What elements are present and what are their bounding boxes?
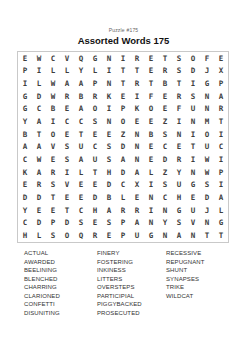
grid-cell: O xyxy=(186,52,200,65)
word-item: DISUNITING xyxy=(24,309,97,318)
grid-cell: A xyxy=(60,77,74,90)
word-item: RECESSIVE xyxy=(166,249,241,258)
grid-cell: F xyxy=(200,52,214,65)
grid-cell: N xyxy=(102,52,116,65)
grid-cell: Q xyxy=(74,229,88,242)
grid-cell: B xyxy=(74,90,88,103)
word-item: WILDCAT xyxy=(166,292,241,301)
grid-cell: H xyxy=(172,191,186,204)
grid-cell: B xyxy=(102,191,116,204)
word-item: FINERY xyxy=(97,249,166,258)
grid-cell: O xyxy=(46,128,60,141)
grid-cell: E xyxy=(102,128,116,141)
grid-cell: R xyxy=(172,90,186,103)
grid-cell: E xyxy=(130,115,144,128)
grid-cell: S xyxy=(102,153,116,166)
grid-cell: T xyxy=(214,115,228,128)
grid-cell: I xyxy=(214,128,228,141)
grid-cell: D xyxy=(18,191,32,204)
grid-cell: W xyxy=(32,153,46,166)
grid-cell: E xyxy=(88,179,102,192)
grid-cell: A xyxy=(74,153,88,166)
grid-cell: E xyxy=(46,153,60,166)
grid-cell: R xyxy=(46,166,60,179)
grid-cell: A xyxy=(32,141,46,154)
grid-cell: C xyxy=(32,103,46,116)
grid-cell: Y xyxy=(74,65,88,78)
grid-cell: E xyxy=(214,52,228,65)
grid-cell: S xyxy=(200,179,214,192)
grid-cell: I xyxy=(102,65,116,78)
word-item: SHUNT xyxy=(166,266,241,275)
grid-cell: B xyxy=(46,103,60,116)
grid-cell: R xyxy=(130,52,144,65)
grid-cell: H xyxy=(18,229,32,242)
grid-cell: U xyxy=(74,141,88,154)
grid-cell: B xyxy=(158,77,172,90)
grid-cell: C xyxy=(74,204,88,217)
grid-cell: V xyxy=(60,179,74,192)
grid-cell: U xyxy=(186,204,200,217)
grid-cell: T xyxy=(88,166,102,179)
grid-cell: N xyxy=(158,229,172,242)
word-item: ACTUAL xyxy=(24,249,97,258)
grid-cell: A xyxy=(74,77,88,90)
grid-cell: P xyxy=(116,103,130,116)
grid-cell: S xyxy=(60,153,74,166)
grid-cell: U xyxy=(200,141,214,154)
grid-cell: O xyxy=(144,103,158,116)
grid-cell: G xyxy=(172,204,186,217)
grid-cell: S xyxy=(172,217,186,230)
grid-cell: K xyxy=(102,90,116,103)
grid-cell: E xyxy=(88,128,102,141)
grid-cell: G xyxy=(186,179,200,192)
grid-cell: C xyxy=(60,115,74,128)
word-item: BEELINING xyxy=(24,266,97,275)
grid-cell: I xyxy=(60,166,74,179)
grid-cell: W xyxy=(46,77,60,90)
word-item: FOSTERING xyxy=(97,258,166,267)
grid-cell: B xyxy=(144,128,158,141)
grid-cell: E xyxy=(32,204,46,217)
word-item: REPUGNANT xyxy=(166,258,241,267)
grid-cell: R xyxy=(130,77,144,90)
grid-cell: A xyxy=(214,90,228,103)
grid-cell: A xyxy=(74,103,88,116)
grid-cell: L xyxy=(116,191,130,204)
grid-cell: A xyxy=(130,166,144,179)
grid-cell: P xyxy=(88,77,102,90)
grid-cell: I xyxy=(186,153,200,166)
grid-cell: Y xyxy=(18,204,32,217)
grid-cell: E xyxy=(158,103,172,116)
grid-cell: O xyxy=(116,115,130,128)
grid-cell: E xyxy=(144,115,158,128)
grid-cell: H xyxy=(102,166,116,179)
grid-cell: L xyxy=(74,166,88,179)
grid-cell: T xyxy=(116,65,130,78)
grid-cell: I xyxy=(32,65,46,78)
grid-cell: P xyxy=(214,77,228,90)
word-item: CHARRING xyxy=(24,283,97,292)
grid-cell: R xyxy=(32,179,46,192)
grid-cell: E xyxy=(18,179,32,192)
grid-cell: N xyxy=(200,103,214,116)
grid-cell: R xyxy=(130,204,144,217)
grid-cell: S xyxy=(186,90,200,103)
grid-cell: X xyxy=(130,179,144,192)
grid-cell: L xyxy=(46,65,60,78)
grid-cell: I xyxy=(18,77,32,90)
grid-cell: P xyxy=(214,166,228,179)
grid-cell: N xyxy=(130,141,144,154)
grid-cell: K xyxy=(18,166,32,179)
grid-cell: A xyxy=(32,115,46,128)
grid-cell: C xyxy=(88,141,102,154)
grid-cell: V xyxy=(60,52,74,65)
grid-cell: E xyxy=(88,217,102,230)
grid-cell: R xyxy=(88,90,102,103)
grid-cell: I xyxy=(102,103,116,116)
grid-cell: A xyxy=(18,141,32,154)
grid-cell: S xyxy=(88,115,102,128)
grid-cell: S xyxy=(102,141,116,154)
grid-cell: V xyxy=(46,141,60,154)
grid-cell: T xyxy=(116,77,130,90)
word-item: INKINESS xyxy=(97,266,166,275)
grid-cell: L xyxy=(32,229,46,242)
grid-cell: P xyxy=(116,217,130,230)
grid-cell: E xyxy=(144,65,158,78)
word-item: TRIKE xyxy=(166,283,241,292)
grid-cell: S xyxy=(46,179,60,192)
grid-cell: S xyxy=(172,52,186,65)
grid-cell: O xyxy=(88,103,102,116)
grid-cell: E xyxy=(158,90,172,103)
grid-cell: R xyxy=(116,204,130,217)
grid-cell: S xyxy=(158,179,172,192)
grid-cell: V xyxy=(186,217,200,230)
grid-cell: S xyxy=(172,65,186,78)
grid-cell: W xyxy=(200,153,214,166)
grid-cell: P xyxy=(46,217,60,230)
grid-cell: X xyxy=(214,65,228,78)
grid-cell: I xyxy=(172,115,186,128)
grid-cell: Z xyxy=(116,128,130,141)
grid-cell: E xyxy=(60,128,74,141)
grid-cell: D xyxy=(60,217,74,230)
grid-cell: E xyxy=(144,52,158,65)
word-column-1: ACTUALAWARDEDBEELININGBLENCHEDCHARRINGCL… xyxy=(24,249,97,317)
grid-cell: E xyxy=(144,153,158,166)
word-column-2: FINERYFOSTERINGINKINESSLITTERSOVERSTEPSP… xyxy=(97,249,166,317)
grid-cell: N xyxy=(130,153,144,166)
grid-cell: E xyxy=(130,191,144,204)
grid-cell: D xyxy=(32,90,46,103)
grid-cell: L xyxy=(60,65,74,78)
grid-cell: G xyxy=(214,217,228,230)
word-item: SYNAPSES xyxy=(166,275,241,284)
grid-cell: T xyxy=(144,77,158,90)
grid-cell: C xyxy=(116,179,130,192)
grid-cell: G xyxy=(144,229,158,242)
grid-cell: D xyxy=(88,191,102,204)
page-title: Assorted Words 175 xyxy=(0,35,247,46)
word-item: LITTERS xyxy=(97,275,166,284)
grid-cell: N xyxy=(130,128,144,141)
grid-cell: N xyxy=(186,115,200,128)
grid-cell: R xyxy=(172,153,186,166)
grid-cell: Z xyxy=(158,166,172,179)
grid-cell: N xyxy=(172,128,186,141)
word-list: ACTUALAWARDEDBEELININGBLENCHEDCHARRINGCL… xyxy=(24,249,241,317)
grid-cell: Q xyxy=(74,52,88,65)
grid-cell: D xyxy=(186,65,200,78)
grid-cell: C xyxy=(74,115,88,128)
grid-cell: C xyxy=(214,141,228,154)
grid-cell: A xyxy=(102,204,116,217)
grid-cell: I xyxy=(116,52,130,65)
grid-cell: W xyxy=(46,90,60,103)
grid-cell: T xyxy=(158,52,172,65)
grid-cell: U xyxy=(130,229,144,242)
grid-cell: E xyxy=(60,103,74,116)
grid-cell: G xyxy=(18,90,32,103)
grid-cell: N xyxy=(158,204,172,217)
grid-cell: N xyxy=(186,166,200,179)
puzzle-number: Puzzle #175 xyxy=(0,27,247,33)
grid-cell: N xyxy=(144,217,158,230)
grid-cell: R xyxy=(88,229,102,242)
grid-cell: W xyxy=(200,166,214,179)
grid-cell: B xyxy=(18,128,32,141)
grid-cell: I xyxy=(144,204,158,217)
word-item: CLARIONED xyxy=(24,292,97,301)
grid-cell: G xyxy=(200,77,214,90)
word-column-3: RECESSIVEREPUGNANTSHUNTSYNAPSESTRIKEWILD… xyxy=(166,249,241,317)
grid-cell: N xyxy=(186,229,200,242)
grid-cell: A xyxy=(130,217,144,230)
grid-cell: E xyxy=(74,179,88,192)
grid-cell: T xyxy=(130,65,144,78)
grid-cell: N xyxy=(102,115,116,128)
grid-cell: T xyxy=(74,128,88,141)
grid-cell: N xyxy=(200,90,214,103)
grid-cell: E xyxy=(46,204,60,217)
grid-cell: G xyxy=(18,103,32,116)
grid-cell: A xyxy=(214,191,228,204)
word-item: CONFETTI xyxy=(24,300,97,309)
grid-cell: N xyxy=(102,77,116,90)
grid-cell: I xyxy=(186,77,200,90)
grid-cell: Y xyxy=(158,217,172,230)
grid-cell: T xyxy=(186,141,200,154)
grid-cell: P xyxy=(116,229,130,242)
grid-cell: L xyxy=(214,204,228,217)
grid-cell: F xyxy=(144,90,158,103)
grid-cell: H xyxy=(88,204,102,217)
grid-cell: S xyxy=(74,217,88,230)
grid-cell: C xyxy=(18,217,32,230)
grid-cell: E xyxy=(144,141,158,154)
grid-cell: I xyxy=(46,115,60,128)
puzzle-page: Puzzle #175 Assorted Words 175 EWCVQGNIR… xyxy=(0,0,247,350)
grid-cell: M xyxy=(200,115,214,128)
grid-cell: T xyxy=(32,128,46,141)
grid-cell: R xyxy=(60,90,74,103)
grid-cell: L xyxy=(144,166,158,179)
grid-cell: S xyxy=(102,217,116,230)
grid-cell: E xyxy=(60,191,74,204)
grid-cell: I xyxy=(186,128,200,141)
word-item: AWARDED xyxy=(24,258,97,267)
grid-cell: N xyxy=(200,217,214,230)
grid-cell: E xyxy=(102,229,116,242)
grid-cell: N xyxy=(144,191,158,204)
grid-cell: J xyxy=(200,65,214,78)
grid-cell: D xyxy=(116,166,130,179)
grid-cell: E xyxy=(18,52,32,65)
letter-grid: EWCVQGNIRETSOFEPILLYLITTERSDJXILWAAPNTRT… xyxy=(17,51,229,243)
grid-cell: A xyxy=(172,229,186,242)
word-item: OVERSTEPS xyxy=(97,283,166,292)
word-item: PIGGYBACKED xyxy=(97,300,166,309)
grid-cell: T xyxy=(172,77,186,90)
grid-cell: C xyxy=(158,141,172,154)
grid-cell: D xyxy=(200,191,214,204)
grid-cell: P xyxy=(18,65,32,78)
grid-cell: K xyxy=(130,103,144,116)
grid-cell: U xyxy=(186,103,200,116)
grid-cell: D xyxy=(32,217,46,230)
grid-cell: R xyxy=(214,103,228,116)
grid-cell: S xyxy=(158,128,172,141)
grid-cell: D xyxy=(32,191,46,204)
word-item: BLENCHED xyxy=(24,275,97,284)
grid-cell: D xyxy=(158,153,172,166)
grid-cell: T xyxy=(200,229,214,242)
grid-cell: D xyxy=(102,179,116,192)
grid-cell: E xyxy=(186,191,200,204)
grid-cell: A xyxy=(116,153,130,166)
grid-cell: Y xyxy=(18,115,32,128)
grid-cell: S xyxy=(46,229,60,242)
grid-cell: L xyxy=(32,77,46,90)
grid-cell: O xyxy=(60,229,74,242)
word-item: PROSECUTED xyxy=(97,309,166,318)
grid-cell: Y xyxy=(172,166,186,179)
grid-cell: C xyxy=(158,191,172,204)
grid-cell: F xyxy=(172,103,186,116)
grid-cell: U xyxy=(172,179,186,192)
grid-cell: C xyxy=(46,52,60,65)
grid-cell: T xyxy=(46,191,60,204)
grid-cell: T xyxy=(214,229,228,242)
grid-cell: U xyxy=(88,153,102,166)
grid-cell: E xyxy=(74,191,88,204)
grid-cell: J xyxy=(200,204,214,217)
grid-cell: T xyxy=(60,204,74,217)
grid-cell: R xyxy=(158,65,172,78)
grid-cell: I xyxy=(214,179,228,192)
grid-cell: A xyxy=(32,166,46,179)
word-item: PARTICIPIAL xyxy=(97,292,166,301)
grid-cell: W xyxy=(32,52,46,65)
grid-cell: I xyxy=(130,90,144,103)
grid-cell: G xyxy=(88,52,102,65)
grid-cell: O xyxy=(200,128,214,141)
grid-cell: L xyxy=(88,65,102,78)
grid-cell: Z xyxy=(158,115,172,128)
grid-cell: I xyxy=(144,179,158,192)
grid-cell: E xyxy=(116,90,130,103)
grid-cell: I xyxy=(214,153,228,166)
grid-cell: S xyxy=(60,141,74,154)
grid-cell: D xyxy=(116,141,130,154)
grid-cell: C xyxy=(18,153,32,166)
grid-cell: E xyxy=(172,141,186,154)
